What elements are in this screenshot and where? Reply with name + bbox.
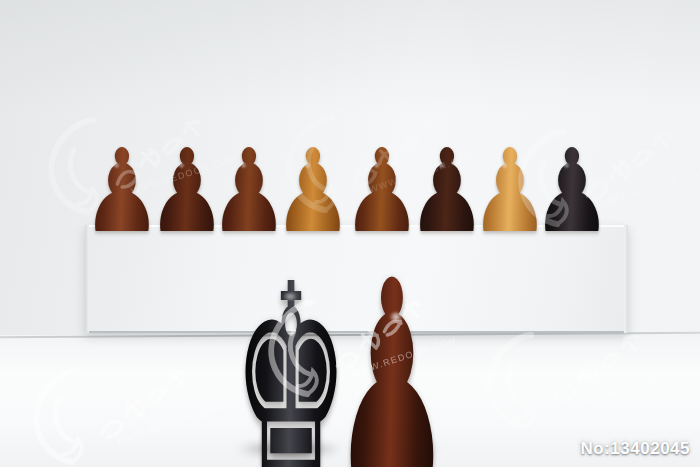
back-pawn-4-highlight — [304, 163, 311, 168]
back-pawn-3-highlight — [240, 163, 247, 168]
back-pawn-8: ♟ — [532, 134, 612, 249]
photo-stage: ♟♟♟♟♟♟♟♟♚♟ WWW.REDOCN.COM WWW.REDOCN.COM — [0, 0, 700, 467]
foreground-pawn-highlight — [388, 312, 404, 322]
foreground-pawn: ♟ — [330, 246, 454, 467]
pedestal-right-edge — [624, 225, 628, 333]
foreground-king-highlight — [280, 293, 300, 300]
image-id-watermark: No:13402045 — [581, 439, 690, 459]
back-pawn-6-highlight — [438, 163, 445, 168]
back-pawn-5-highlight — [373, 163, 380, 168]
back-pawn-2-highlight — [178, 163, 185, 168]
back-pawn-7-highlight — [501, 163, 508, 168]
back-pawn-8-highlight — [563, 163, 570, 168]
back-pawn-1-highlight — [113, 163, 120, 168]
